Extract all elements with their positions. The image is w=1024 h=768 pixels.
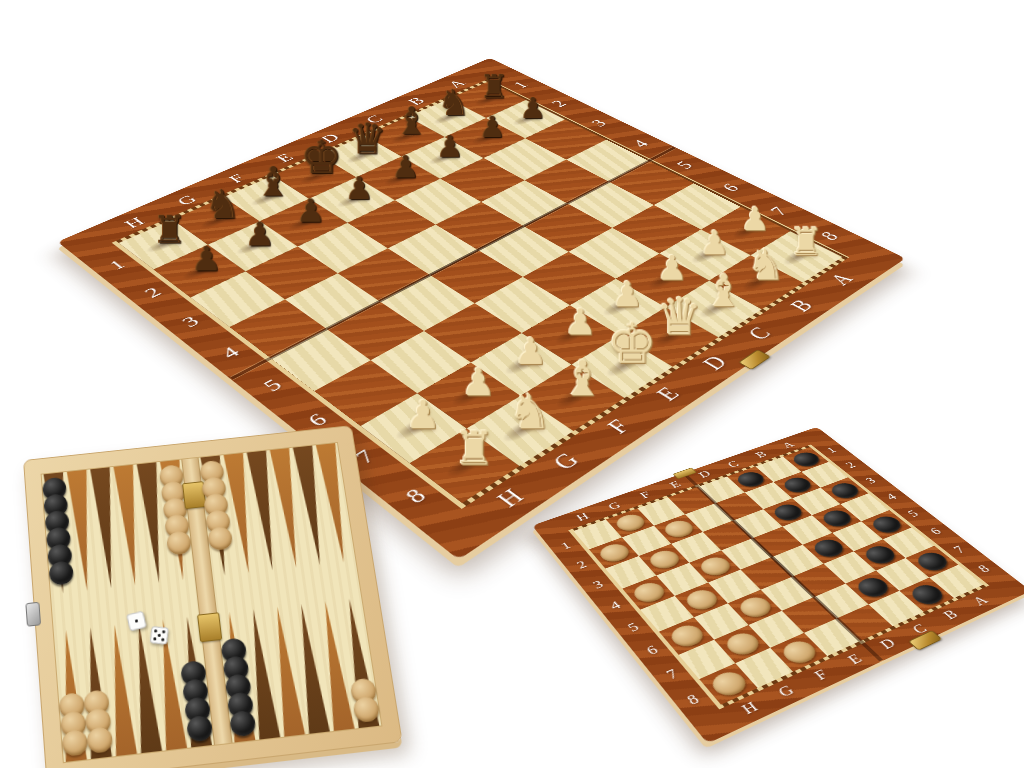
backgammon-checker-black[interactable]: [186, 715, 213, 743]
metal-clasp-icon: [25, 602, 41, 627]
backgammon-checker-light[interactable]: [62, 729, 89, 757]
backgammon-point-top-right-6[interactable]: [314, 443, 356, 568]
chess-piece-dark-pawn[interactable]: ♟: [171, 242, 243, 276]
backgammon-stack-light: [82, 689, 114, 754]
backgammon-checker-light[interactable]: [87, 726, 114, 754]
backgammon-field: [41, 442, 383, 763]
backgammon-checker-black[interactable]: [49, 560, 75, 586]
checkers-board: HGFEDCBA HGFEDCBA 12345678 12345678: [532, 427, 1024, 744]
backgammon-right-half: [199, 443, 382, 743]
chess-piece-light-rook[interactable]: ♜: [432, 426, 517, 472]
backgammon-stack-light: [348, 677, 381, 723]
checkers-playing-field: [573, 447, 983, 705]
backgammon-checker-light[interactable]: [352, 696, 380, 723]
backgammon-checker-black[interactable]: [229, 710, 257, 738]
backgammon-checker-light[interactable]: [166, 530, 192, 555]
backgammon-checker-light[interactable]: [207, 526, 233, 551]
backgammon-board: [23, 425, 403, 768]
